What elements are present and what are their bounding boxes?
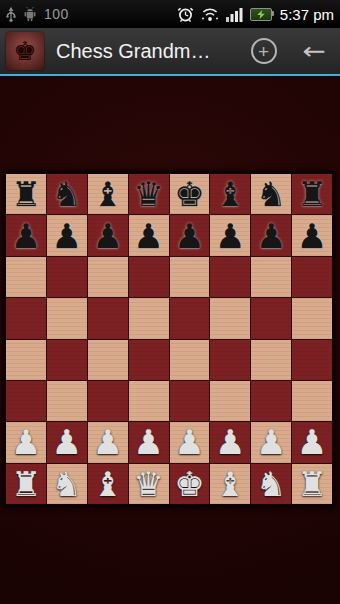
piece-black-pawn: ♟ (92, 219, 122, 253)
square-c7[interactable]: ♟ (88, 215, 128, 255)
piece-black-king: ♚ (174, 177, 204, 211)
square-a1[interactable]: ♜ (6, 464, 46, 504)
square-b3[interactable] (47, 381, 87, 421)
phone-screen: 100 (0, 0, 340, 604)
piece-black-pawn: ♟ (174, 219, 204, 253)
square-e3[interactable] (170, 381, 210, 421)
piece-black-pawn: ♟ (52, 219, 82, 253)
square-f4[interactable] (210, 340, 250, 380)
piece-white-king: ♚ (174, 467, 204, 501)
square-d8[interactable]: ♛ (129, 174, 169, 214)
piece-white-rook: ♜ (11, 467, 41, 501)
square-b5[interactable] (47, 298, 87, 338)
square-e7[interactable]: ♟ (170, 215, 210, 255)
square-f5[interactable] (210, 298, 250, 338)
square-f7[interactable]: ♟ (210, 215, 250, 255)
piece-black-bishop: ♝ (215, 177, 245, 211)
square-e6[interactable] (170, 257, 210, 297)
square-d2[interactable]: ♟ (129, 422, 169, 462)
piece-white-pawn: ♟ (215, 425, 245, 459)
app-icon-king-glyph: ♚ (13, 38, 36, 64)
square-c8[interactable]: ♝ (88, 174, 128, 214)
piece-black-pawn: ♟ (11, 219, 41, 253)
usb-icon (6, 6, 16, 23)
piece-white-pawn: ♟ (92, 425, 122, 459)
piece-white-rook: ♜ (297, 467, 327, 501)
new-game-button[interactable]: + (251, 38, 277, 64)
square-b7[interactable]: ♟ (47, 215, 87, 255)
action-bar: ♚ Chess Grandma... + ← (0, 28, 340, 76)
square-c3[interactable] (88, 381, 128, 421)
status-bar: 100 (0, 0, 340, 28)
piece-black-knight: ♞ (256, 177, 286, 211)
square-g2[interactable]: ♟ (251, 422, 291, 462)
piece-white-pawn: ♟ (256, 425, 286, 459)
piece-white-pawn: ♟ (174, 425, 204, 459)
app-title: Chess Grandma... (56, 40, 216, 63)
back-arrow-icon: ← (303, 37, 326, 65)
piece-white-pawn: ♟ (11, 425, 41, 459)
piece-white-bishop: ♝ (215, 467, 245, 501)
piece-white-pawn: ♟ (52, 425, 82, 459)
square-c5[interactable] (88, 298, 128, 338)
square-d5[interactable] (129, 298, 169, 338)
square-h8[interactable]: ♜ (292, 174, 332, 214)
square-g7[interactable]: ♟ (251, 215, 291, 255)
square-a2[interactable]: ♟ (6, 422, 46, 462)
square-h4[interactable] (292, 340, 332, 380)
square-f8[interactable]: ♝ (210, 174, 250, 214)
piece-black-pawn: ♟ (133, 219, 163, 253)
square-c4[interactable] (88, 340, 128, 380)
square-e5[interactable] (170, 298, 210, 338)
square-h6[interactable] (292, 257, 332, 297)
square-d4[interactable] (129, 340, 169, 380)
square-d3[interactable] (129, 381, 169, 421)
square-d7[interactable]: ♟ (129, 215, 169, 255)
piece-black-knight: ♞ (52, 177, 82, 211)
signal-icon (226, 7, 244, 22)
square-h1[interactable]: ♜ (292, 464, 332, 504)
square-f1[interactable]: ♝ (210, 464, 250, 504)
piece-white-knight: ♞ (52, 467, 82, 501)
battery-icon (250, 8, 272, 21)
square-a6[interactable] (6, 257, 46, 297)
plus-icon: + (258, 42, 269, 61)
piece-black-pawn: ♟ (256, 219, 286, 253)
square-g4[interactable] (251, 340, 291, 380)
square-e1[interactable]: ♚ (170, 464, 210, 504)
square-a7[interactable]: ♟ (6, 215, 46, 255)
square-c6[interactable] (88, 257, 128, 297)
app-icon: ♚ (6, 32, 44, 70)
piece-white-queen: ♛ (133, 467, 163, 501)
piece-white-knight: ♞ (256, 467, 286, 501)
square-f3[interactable] (210, 381, 250, 421)
piece-black-pawn: ♟ (297, 219, 327, 253)
piece-black-rook: ♜ (297, 177, 327, 211)
square-b6[interactable] (47, 257, 87, 297)
square-a8[interactable]: ♜ (6, 174, 46, 214)
square-d1[interactable]: ♛ (129, 464, 169, 504)
clock-text: 5:37 pm (280, 6, 334, 23)
square-e8[interactable]: ♚ (170, 174, 210, 214)
square-d6[interactable] (129, 257, 169, 297)
square-b8[interactable]: ♞ (47, 174, 87, 214)
square-b1[interactable]: ♞ (47, 464, 87, 504)
square-g8[interactable]: ♞ (251, 174, 291, 214)
board-frame: ♜♞♝♛♚♝♞♜♟♟♟♟♟♟♟♟♟♟♟♟♟♟♟♟♜♞♝♛♚♝♞♜ (3, 171, 335, 507)
square-g1[interactable]: ♞ (251, 464, 291, 504)
piece-black-pawn: ♟ (215, 219, 245, 253)
square-g6[interactable] (251, 257, 291, 297)
square-a4[interactable] (6, 340, 46, 380)
piece-white-pawn: ♟ (133, 425, 163, 459)
alarm-icon (177, 6, 194, 23)
piece-white-bishop: ♝ (92, 467, 122, 501)
square-e2[interactable]: ♟ (170, 422, 210, 462)
piece-black-queen: ♛ (133, 177, 163, 211)
square-b4[interactable] (47, 340, 87, 380)
piece-black-rook: ♜ (11, 177, 41, 211)
chess-board: ♜♞♝♛♚♝♞♜♟♟♟♟♟♟♟♟♟♟♟♟♟♟♟♟♜♞♝♛♚♝♞♜ (6, 174, 332, 504)
square-h5[interactable] (292, 298, 332, 338)
square-a5[interactable] (6, 298, 46, 338)
square-b2[interactable]: ♟ (47, 422, 87, 462)
square-h3[interactable] (292, 381, 332, 421)
square-e4[interactable] (170, 340, 210, 380)
square-g3[interactable] (251, 381, 291, 421)
square-f2[interactable]: ♟ (210, 422, 250, 462)
square-h7[interactable]: ♟ (292, 215, 332, 255)
game-background: ♜♞♝♛♚♝♞♜♟♟♟♟♟♟♟♟♟♟♟♟♟♟♟♟♜♞♝♛♚♝♞♜ (0, 76, 340, 604)
wifi-icon (200, 7, 220, 22)
square-c2[interactable]: ♟ (88, 422, 128, 462)
square-g5[interactable] (251, 298, 291, 338)
android-icon (23, 7, 37, 22)
square-f6[interactable] (210, 257, 250, 297)
battery-percent-text: 100 (44, 6, 69, 22)
piece-white-pawn: ♟ (297, 425, 327, 459)
square-a3[interactable] (6, 381, 46, 421)
back-button[interactable]: ← (303, 39, 326, 63)
piece-black-bishop: ♝ (92, 177, 122, 211)
square-h2[interactable]: ♟ (292, 422, 332, 462)
square-c1[interactable]: ♝ (88, 464, 128, 504)
